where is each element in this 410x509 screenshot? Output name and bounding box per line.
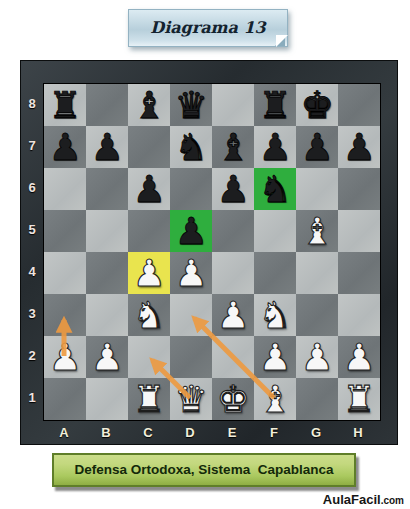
opening-name: Defensa Ortodoxa, Sistema Capablanca (54, 455, 354, 485)
square-a4[interactable] (44, 252, 86, 294)
black-rook[interactable]: ♜ (44, 84, 86, 126)
square-g8[interactable]: ♚ (296, 84, 338, 126)
square-h8[interactable] (338, 84, 380, 126)
white-queen[interactable]: ♛ (170, 378, 212, 420)
white-pawn[interactable]: ♟ (296, 336, 338, 378)
square-a2[interactable]: ♟ (44, 336, 86, 378)
white-rook[interactable]: ♜ (128, 378, 170, 420)
black-knight[interactable]: ♞ (170, 126, 212, 168)
file-labels: ABCDEFGH (43, 421, 379, 446)
rank-label-6: 6 (21, 167, 43, 209)
white-rook[interactable]: ♜ (338, 378, 380, 420)
square-e5[interactable] (212, 210, 254, 252)
site-watermark: AulaFacil.com (323, 490, 404, 508)
rank-label-7: 7 (21, 125, 43, 167)
opening-caption-banner: Defensa Ortodoxa, Sistema Capablanca (52, 453, 356, 487)
square-f2[interactable]: ♟ (254, 336, 296, 378)
black-king[interactable]: ♚ (296, 84, 338, 126)
square-b3[interactable] (86, 294, 128, 336)
black-bishop[interactable]: ♝ (212, 126, 254, 168)
square-b2[interactable]: ♟ (86, 336, 128, 378)
square-d4[interactable]: ♟ (170, 252, 212, 294)
square-g5[interactable]: ♝ (296, 210, 338, 252)
square-c8[interactable]: ♝ (128, 84, 170, 126)
square-d2[interactable] (170, 336, 212, 378)
black-queen[interactable]: ♛ (170, 84, 212, 126)
file-label-f: F (253, 421, 295, 446)
rank-label-8: 8 (21, 83, 43, 125)
square-c2[interactable] (128, 336, 170, 378)
black-pawn[interactable]: ♟ (44, 126, 86, 168)
white-pawn[interactable]: ♟ (254, 336, 296, 378)
black-pawn[interactable]: ♟ (128, 168, 170, 210)
file-label-c: C (127, 421, 169, 446)
square-g7[interactable]: ♟ (296, 126, 338, 168)
square-b5[interactable] (86, 210, 128, 252)
black-bishop[interactable]: ♝ (128, 84, 170, 126)
watermark-tld: .com (381, 495, 404, 506)
square-a5[interactable] (44, 210, 86, 252)
square-b7[interactable]: ♟ (86, 126, 128, 168)
white-pawn[interactable]: ♟ (128, 252, 170, 294)
square-c6[interactable]: ♟ (128, 168, 170, 210)
square-e1[interactable]: ♚ (212, 378, 254, 420)
square-e7[interactable]: ♝ (212, 126, 254, 168)
square-h2[interactable]: ♟ (338, 336, 380, 378)
square-h6[interactable] (338, 168, 380, 210)
white-bishop[interactable]: ♝ (254, 378, 296, 420)
white-pawn[interactable]: ♟ (86, 336, 128, 378)
file-label-b: B (85, 421, 127, 446)
square-b6[interactable] (86, 168, 128, 210)
square-c7[interactable] (128, 126, 170, 168)
diagram-title-banner: Diagrama 13 (128, 9, 288, 47)
watermark-brand: AulaFacil (323, 492, 381, 507)
square-a1[interactable] (44, 378, 86, 420)
white-pawn[interactable]: ♟ (170, 252, 212, 294)
square-g3[interactable] (296, 294, 338, 336)
square-g6[interactable] (296, 168, 338, 210)
rank-label-4: 4 (21, 251, 43, 293)
square-c4[interactable]: ♟ (128, 252, 170, 294)
white-king[interactable]: ♚ (212, 378, 254, 420)
white-knight[interactable]: ♞ (254, 294, 296, 336)
square-f4[interactable] (254, 252, 296, 294)
rank-label-1: 1 (21, 377, 43, 419)
black-pawn[interactable]: ♟ (212, 168, 254, 210)
square-a6[interactable] (44, 168, 86, 210)
square-d6[interactable] (170, 168, 212, 210)
square-d7[interactable]: ♞ (170, 126, 212, 168)
board-squares: ♜♝♛♜♚♟♟♞♝♟♟♟♟♟♞♟♝♟♟♞♟♞♟♟♟♟♟♜♛♚♝♜ (43, 83, 381, 421)
file-label-e: E (211, 421, 253, 446)
square-e2[interactable] (212, 336, 254, 378)
square-h4[interactable] (338, 252, 380, 294)
black-pawn[interactable]: ♟ (170, 210, 212, 252)
square-a8[interactable]: ♜ (44, 84, 86, 126)
file-label-h: H (337, 421, 379, 446)
black-pawn[interactable]: ♟ (86, 126, 128, 168)
square-e8[interactable] (212, 84, 254, 126)
diagram-title: Diagrama 13 (129, 10, 287, 46)
square-e4[interactable] (212, 252, 254, 294)
square-b4[interactable] (86, 252, 128, 294)
square-f8[interactable]: ♜ (254, 84, 296, 126)
square-a3[interactable] (44, 294, 86, 336)
square-e3[interactable]: ♟ (212, 294, 254, 336)
square-g2[interactable]: ♟ (296, 336, 338, 378)
chess-board: 87654321 ABCDEFGH ♜♝♛♜♚♟♟♞♝♟♟♟♟♟♞♟♝♟♟♞♟♞… (20, 60, 398, 445)
black-knight[interactable]: ♞ (254, 168, 296, 210)
rank-label-3: 3 (21, 293, 43, 335)
square-d1[interactable]: ♛ (170, 378, 212, 420)
square-f3[interactable]: ♞ (254, 294, 296, 336)
square-c5[interactable] (128, 210, 170, 252)
square-a7[interactable]: ♟ (44, 126, 86, 168)
file-label-a: A (43, 421, 85, 446)
black-pawn[interactable]: ♟ (296, 126, 338, 168)
square-g1[interactable] (296, 378, 338, 420)
square-f6[interactable]: ♞ (254, 168, 296, 210)
square-c3[interactable]: ♞ (128, 294, 170, 336)
rank-label-2: 2 (21, 335, 43, 377)
black-rook[interactable]: ♜ (254, 84, 296, 126)
square-h5[interactable] (338, 210, 380, 252)
white-pawn[interactable]: ♟ (338, 336, 380, 378)
square-f1[interactable]: ♝ (254, 378, 296, 420)
square-b8[interactable] (86, 84, 128, 126)
file-label-g: G (295, 421, 337, 446)
square-d3[interactable] (170, 294, 212, 336)
square-e6[interactable]: ♟ (212, 168, 254, 210)
square-g4[interactable] (296, 252, 338, 294)
square-f5[interactable] (254, 210, 296, 252)
file-label-d: D (169, 421, 211, 446)
square-d5[interactable]: ♟ (170, 210, 212, 252)
square-b1[interactable] (86, 378, 128, 420)
square-f7[interactable]: ♟ (254, 126, 296, 168)
rank-labels: 87654321 (21, 83, 43, 419)
square-h7[interactable]: ♟ (338, 126, 380, 168)
white-pawn[interactable]: ♟ (44, 336, 86, 378)
white-pawn[interactable]: ♟ (212, 294, 254, 336)
white-bishop[interactable]: ♝ (296, 210, 338, 252)
white-knight[interactable]: ♞ (128, 294, 170, 336)
rank-label-5: 5 (21, 209, 43, 251)
black-pawn[interactable]: ♟ (254, 126, 296, 168)
square-h1[interactable]: ♜ (338, 378, 380, 420)
black-pawn[interactable]: ♟ (338, 126, 380, 168)
square-d8[interactable]: ♛ (170, 84, 212, 126)
square-h3[interactable] (338, 294, 380, 336)
square-c1[interactable]: ♜ (128, 378, 170, 420)
